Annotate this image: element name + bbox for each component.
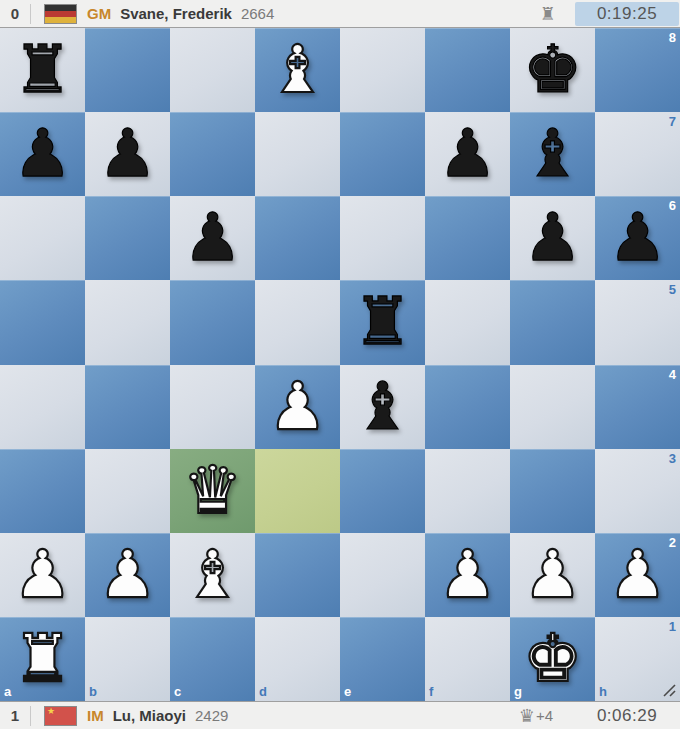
square-h5[interactable]: 5: [595, 280, 680, 364]
rank-label-2: 2: [669, 536, 676, 549]
square-e1[interactable]: e: [340, 617, 425, 701]
black-pawn-piece: ♟: [510, 196, 595, 280]
white-bishop-piece: ♝: [255, 28, 340, 112]
rank-label-7: 7: [669, 115, 676, 128]
square-b6[interactable]: [85, 196, 170, 280]
square-c7[interactable]: [170, 112, 255, 196]
bottom-player-rating: 2429: [195, 707, 228, 724]
square-b2[interactable]: ♟: [85, 533, 170, 617]
black-rook-piece: ♜: [0, 28, 85, 112]
white-rook-piece: ♜: [0, 617, 85, 701]
black-rook-icon: ♜: [540, 5, 556, 23]
white-pawn-piece: ♟: [85, 533, 170, 617]
square-f5[interactable]: [425, 280, 510, 364]
square-g2[interactable]: ♟: [510, 533, 595, 617]
germany-flag-icon: [44, 4, 77, 24]
black-bishop-piece: ♝: [510, 112, 595, 196]
square-b4[interactable]: [85, 365, 170, 449]
square-b1[interactable]: b: [85, 617, 170, 701]
square-b8[interactable]: [85, 28, 170, 112]
square-g7[interactable]: ♝: [510, 112, 595, 196]
square-h3[interactable]: 3: [595, 449, 680, 533]
top-score: 0: [0, 5, 30, 22]
file-label-d: d: [259, 685, 267, 698]
separator: [30, 4, 31, 24]
square-c1[interactable]: c: [170, 617, 255, 701]
square-f6[interactable]: [425, 196, 510, 280]
white-king-piece: ♚: [510, 617, 595, 701]
rank-label-3: 3: [669, 452, 676, 465]
black-pawn-piece: ♟: [425, 112, 510, 196]
square-a1[interactable]: ♜a: [0, 617, 85, 701]
black-king-piece: ♚: [510, 28, 595, 112]
white-pawn-piece: ♟: [510, 533, 595, 617]
queen-icon: ♛: [519, 707, 535, 725]
top-player-bar: 0 GM Svane, Frederik 2664 ♜ 0:19:25: [0, 0, 680, 28]
black-pawn-piece: ♟: [595, 196, 680, 280]
square-f1[interactable]: f: [425, 617, 510, 701]
square-e6[interactable]: [340, 196, 425, 280]
square-f8[interactable]: [425, 28, 510, 112]
square-b7[interactable]: ♟: [85, 112, 170, 196]
china-flag-icon: [44, 706, 77, 726]
bottom-clock: 0:06:29: [575, 704, 679, 728]
square-b5[interactable]: [85, 280, 170, 364]
square-h4[interactable]: 4: [595, 365, 680, 449]
square-c4[interactable]: [170, 365, 255, 449]
square-a7[interactable]: ♟: [0, 112, 85, 196]
square-c2[interactable]: ♝: [170, 533, 255, 617]
square-a3[interactable]: [0, 449, 85, 533]
square-h2[interactable]: ♟2: [595, 533, 680, 617]
black-pawn-piece: ♟: [0, 112, 85, 196]
square-e3[interactable]: [340, 449, 425, 533]
square-e5[interactable]: ♜: [340, 280, 425, 364]
bottom-player-title: IM: [87, 707, 104, 724]
separator: [30, 706, 31, 726]
square-d2[interactable]: [255, 533, 340, 617]
file-label-e: e: [344, 685, 351, 698]
square-h8[interactable]: 8: [595, 28, 680, 112]
top-clock: 0:19:25: [575, 2, 679, 26]
white-pawn-piece: ♟: [425, 533, 510, 617]
square-a5[interactable]: [0, 280, 85, 364]
square-g3[interactable]: [510, 449, 595, 533]
black-rook-piece: ♜: [340, 280, 425, 364]
black-bishop-piece: ♝: [340, 365, 425, 449]
square-c8[interactable]: [170, 28, 255, 112]
material-advantage-value: +4: [536, 707, 553, 724]
square-d7[interactable]: [255, 112, 340, 196]
square-e7[interactable]: [340, 112, 425, 196]
material-advantage: ♛ +4: [519, 707, 553, 725]
square-f7[interactable]: ♟: [425, 112, 510, 196]
resize-handle-icon[interactable]: [661, 682, 677, 698]
square-f4[interactable]: [425, 365, 510, 449]
rank-label-4: 4: [669, 368, 676, 381]
top-player-title: GM: [87, 5, 111, 22]
square-f2[interactable]: ♟: [425, 533, 510, 617]
rank-label-5: 5: [669, 283, 676, 296]
square-f3[interactable]: [425, 449, 510, 533]
square-e4[interactable]: ♝: [340, 365, 425, 449]
rank-label-6: 6: [669, 199, 676, 212]
square-g5[interactable]: [510, 280, 595, 364]
square-d6[interactable]: [255, 196, 340, 280]
bottom-score: 1: [0, 707, 30, 724]
top-player-rating: 2664: [241, 5, 274, 22]
square-h6[interactable]: ♟6: [595, 196, 680, 280]
chess-board: ♜♝♚8♟♟♟♝7♟♟♟6♜5♟♝4♛3♟♟♝♟♟♟2♜abcdef♚gh1: [0, 28, 680, 701]
square-a6[interactable]: [0, 196, 85, 280]
square-a8[interactable]: ♜: [0, 28, 85, 112]
square-c6[interactable]: ♟: [170, 196, 255, 280]
square-g4[interactable]: [510, 365, 595, 449]
square-h7[interactable]: 7: [595, 112, 680, 196]
black-pawn-piece: ♟: [85, 112, 170, 196]
white-bishop-piece: ♝: [170, 533, 255, 617]
square-d4[interactable]: ♟: [255, 365, 340, 449]
rank-label-1: 1: [669, 620, 676, 633]
top-player-name: Svane, Frederik: [120, 5, 232, 22]
square-g6[interactable]: ♟: [510, 196, 595, 280]
square-e2[interactable]: [340, 533, 425, 617]
rank-label-8: 8: [669, 31, 676, 44]
bottom-player-name: Lu, Miaoyi: [113, 707, 186, 724]
white-pawn-piece: ♟: [0, 533, 85, 617]
square-g1[interactable]: ♚g: [510, 617, 595, 701]
square-c3[interactable]: ♛: [170, 449, 255, 533]
square-e8[interactable]: [340, 28, 425, 112]
square-a2[interactable]: ♟: [0, 533, 85, 617]
bottom-player-bar: 1 IM Lu, Miaoyi 2429 ♛ +4 0:06:29: [0, 701, 680, 729]
white-pawn-piece: ♟: [255, 365, 340, 449]
square-a4[interactable]: [0, 365, 85, 449]
square-g8[interactable]: ♚: [510, 28, 595, 112]
square-d5[interactable]: [255, 280, 340, 364]
file-label-g: g: [514, 685, 522, 698]
file-label-c: c: [174, 685, 181, 698]
file-label-a: a: [4, 685, 11, 698]
square-b3[interactable]: [85, 449, 170, 533]
black-pawn-piece: ♟: [170, 196, 255, 280]
square-c5[interactable]: [170, 280, 255, 364]
white-queen-piece: ♛: [170, 449, 255, 533]
square-d8[interactable]: ♝: [255, 28, 340, 112]
file-label-f: f: [429, 685, 433, 698]
square-d3[interactable]: [255, 449, 340, 533]
white-pawn-piece: ♟: [595, 533, 680, 617]
file-label-b: b: [89, 685, 97, 698]
square-d1[interactable]: d: [255, 617, 340, 701]
file-label-h: h: [599, 685, 607, 698]
